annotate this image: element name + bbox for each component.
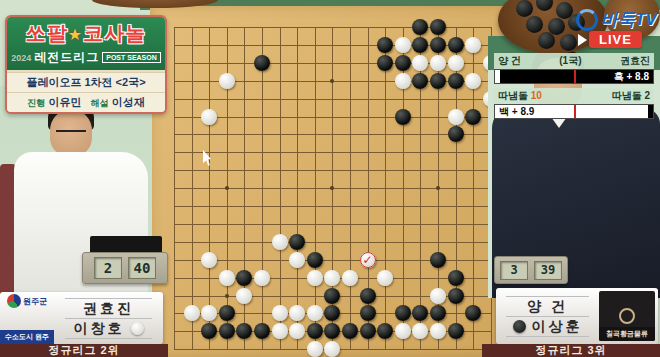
black-stone xyxy=(377,55,393,71)
black-stone xyxy=(430,73,446,89)
black-stone xyxy=(219,323,235,339)
black-stone xyxy=(448,73,464,89)
black-stone xyxy=(412,19,428,35)
black-stone xyxy=(289,234,305,250)
eval-black-label: 흑 + 8.8 xyxy=(614,70,649,83)
white-stone xyxy=(342,270,358,286)
clock-right-seconds: 39 xyxy=(534,261,562,280)
clock-left-minutes: 2 xyxy=(94,257,122,279)
star-point xyxy=(225,294,229,298)
crew-info: 진행 이유민 해설 이성재 xyxy=(7,92,165,112)
name-plate-left: 원주군 수소도시 원주 권효진 이창호 xyxy=(0,292,163,344)
black-stone xyxy=(448,126,464,142)
captures-right: 따냄돌 2 xyxy=(612,89,650,103)
post-season-tag: POST SEASON xyxy=(102,52,161,63)
black-stone xyxy=(412,37,428,53)
rank-bar-left: 정규리그 2위 xyxy=(0,344,168,357)
white-stone xyxy=(307,341,323,357)
white-stone xyxy=(395,323,411,339)
black-stone xyxy=(236,270,252,286)
star-point xyxy=(330,186,334,190)
clock-left-seconds: 40 xyxy=(128,257,156,279)
white-stone xyxy=(465,73,481,89)
sponsor-logo-wonju: 원주군 수소도시 원주 xyxy=(0,292,54,344)
live-badge: LIVE xyxy=(589,31,642,48)
game-clock-left: 2 40 xyxy=(82,252,168,284)
black-stone xyxy=(465,109,481,125)
player-name-top-right: 양 건 xyxy=(527,298,568,315)
score-player-white: 권효진 xyxy=(620,54,650,68)
black-stone xyxy=(307,323,323,339)
live-indicator: LIVE xyxy=(578,31,642,48)
black-stone xyxy=(395,305,411,321)
white-stone xyxy=(448,55,464,71)
white-stone xyxy=(430,323,446,339)
black-stone xyxy=(430,19,446,35)
player-name-bottom-right: 이상훈 xyxy=(532,318,583,335)
white-stone xyxy=(289,305,305,321)
white-stone xyxy=(324,341,340,357)
black-stone xyxy=(412,305,428,321)
black-stone xyxy=(448,323,464,339)
black-stone xyxy=(360,288,376,304)
go-board: ✓ xyxy=(150,6,518,357)
black-stone xyxy=(254,323,270,339)
black-stone xyxy=(430,252,446,268)
round-info: 플레이오프 1차전 <2국> xyxy=(7,72,165,92)
black-stone xyxy=(448,270,464,286)
black-stone xyxy=(342,323,358,339)
score-player-black: 양 건 xyxy=(498,54,521,68)
black-stone xyxy=(377,37,393,53)
sponsor-strip: 수소도시 원주 xyxy=(0,330,54,344)
score-game-no: (1국) xyxy=(559,54,581,68)
white-stone xyxy=(272,234,288,250)
white-stone xyxy=(289,252,305,268)
captures-left: 따냄돌 10 xyxy=(498,89,542,103)
black-stone xyxy=(201,323,217,339)
black-stone xyxy=(448,288,464,304)
white-stone xyxy=(412,323,428,339)
star-point xyxy=(330,79,334,83)
black-stone xyxy=(412,73,428,89)
white-stone xyxy=(184,305,200,321)
black-stone xyxy=(377,323,393,339)
black-stone xyxy=(219,305,235,321)
black-stone xyxy=(307,252,323,268)
white-stone xyxy=(465,37,481,53)
white-stone xyxy=(430,55,446,71)
show-title: 쏘팔★코사놀 xyxy=(11,20,161,47)
bar-center-tick xyxy=(574,105,576,118)
wonju-logo-icon xyxy=(7,294,21,308)
white-stone xyxy=(254,270,270,286)
black-stone-icon xyxy=(513,320,526,333)
white-stone xyxy=(395,73,411,89)
black-stone xyxy=(395,55,411,71)
sponsor-logo-chilgok: 칠곡황금물류 xyxy=(599,291,655,341)
white-stone xyxy=(219,73,235,89)
white-stone xyxy=(395,37,411,53)
tv-logo-icon xyxy=(576,9,598,31)
white-stone xyxy=(377,270,393,286)
black-stone xyxy=(430,305,446,321)
name-plate-right: 양 건 이상훈 칠곡황금물류 xyxy=(496,288,658,344)
star-point xyxy=(436,186,440,190)
black-stone xyxy=(324,305,340,321)
score-panel: 양 건 (1국) 권효진 흑 + 8.8 따냄돌 10 따냄돌 2 백 + 8.… xyxy=(494,53,654,119)
star-icon: ★ xyxy=(68,26,83,43)
white-stone xyxy=(272,305,288,321)
rank-bar-right: 정규리그 3위 xyxy=(482,344,660,357)
show-banner: 쏘팔★코사놀 2024 레전드리그 POST SEASON 플레이오프 1차전 … xyxy=(5,15,167,114)
black-stone xyxy=(395,109,411,125)
white-stone xyxy=(236,288,252,304)
white-stone xyxy=(307,305,323,321)
play-triangle-icon xyxy=(578,34,587,46)
black-stone xyxy=(448,37,464,53)
clock-right-minutes: 3 xyxy=(500,261,528,280)
black-stone xyxy=(324,288,340,304)
black-stone xyxy=(254,55,270,71)
white-stone xyxy=(201,109,217,125)
black-stone xyxy=(324,323,340,339)
star-point xyxy=(225,186,229,190)
player-name-top-left: 권효진 xyxy=(83,300,134,317)
white-stone xyxy=(219,270,235,286)
black-stone xyxy=(360,323,376,339)
white-stone xyxy=(448,109,464,125)
black-stone xyxy=(465,305,481,321)
last-move-check-marker: ✓ xyxy=(360,252,376,268)
black-stone xyxy=(360,305,376,321)
eval-bar-white: 백 + 8.9 xyxy=(494,104,654,119)
black-stone xyxy=(236,323,252,339)
league-name: 레전드리그 xyxy=(34,49,99,66)
black-stone xyxy=(430,37,446,53)
eval-white-label: 백 + 8.9 xyxy=(499,105,534,118)
season-year: 2024 xyxy=(11,53,31,63)
white-stone: ✓ xyxy=(360,252,376,268)
game-clock-right: 3 39 xyxy=(494,256,568,284)
white-stone xyxy=(201,305,217,321)
chilgok-logo-icon xyxy=(619,308,635,324)
white-stone xyxy=(430,288,446,304)
white-stone xyxy=(307,270,323,286)
baduk-tv-logo: 바둑TV xyxy=(576,8,657,31)
white-stone xyxy=(324,270,340,286)
bar-center-tick xyxy=(574,70,576,83)
white-stone-icon xyxy=(131,322,144,335)
white-stone xyxy=(412,55,428,71)
eval-bar-black: 흑 + 8.8 xyxy=(494,69,654,84)
white-stone xyxy=(201,252,217,268)
player-name-bottom-left: 이창호 xyxy=(74,320,125,337)
white-stone xyxy=(289,323,305,339)
white-stone xyxy=(272,323,288,339)
